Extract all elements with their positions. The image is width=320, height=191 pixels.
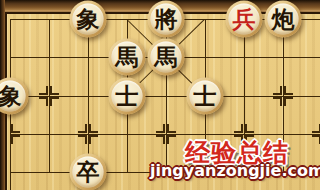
soldier-point-marker — [78, 124, 98, 144]
piece-black-advisor[interactable]: 士 — [109, 77, 146, 114]
marker-bracket — [167, 124, 176, 133]
watermark-url: jingyanzongjie.com — [150, 163, 320, 179]
marker-bracket — [273, 86, 282, 95]
marker-bracket — [11, 124, 20, 133]
piece-black-general[interactable]: 將 — [148, 1, 185, 38]
marker-bracket — [245, 124, 254, 133]
piece-character: 馬 — [116, 46, 139, 69]
marker-bracket — [273, 97, 282, 106]
piece-character: 兵 — [233, 8, 256, 31]
marker-bracket — [89, 124, 98, 133]
marker-bracket — [167, 135, 176, 144]
piece-black-cannon[interactable]: 炮 — [265, 1, 302, 38]
marker-bracket — [89, 135, 98, 144]
piece-red-soldier[interactable]: 兵 — [226, 1, 263, 38]
marker-bracket — [312, 124, 320, 133]
marker-bracket — [78, 124, 87, 133]
marker-bracket — [156, 135, 165, 144]
marker-bracket — [50, 86, 59, 95]
soldier-point-marker — [312, 124, 320, 144]
xiangqi-board[interactable]: 象將兵炮馬馬象士士卒 经验总结 jingyanzongjie.com — [0, 0, 320, 190]
piece-character: 卒 — [77, 161, 100, 184]
piece-black-soldier[interactable]: 卒 — [70, 154, 107, 191]
cannon-point-marker — [39, 86, 59, 106]
marker-bracket — [39, 86, 48, 95]
marker-bracket — [78, 135, 87, 144]
soldier-point-marker — [156, 124, 176, 144]
piece-black-elephant[interactable]: 象 — [0, 77, 29, 114]
piece-character: 象 — [0, 84, 22, 107]
piece-character: 馬 — [155, 46, 178, 69]
grid-line — [88, 19, 89, 173]
marker-bracket — [39, 97, 48, 106]
marker-bracket — [50, 97, 59, 106]
marker-bracket — [156, 124, 165, 133]
marker-bracket — [234, 124, 243, 133]
piece-black-elephant[interactable]: 象 — [70, 1, 107, 38]
marker-bracket — [11, 135, 20, 144]
marker-bracket — [284, 86, 293, 95]
piece-character: 象 — [77, 8, 100, 31]
piece-character: 士 — [194, 84, 217, 107]
piece-character: 將 — [155, 8, 178, 31]
piece-black-horse[interactable]: 馬 — [109, 39, 146, 76]
cannon-point-marker — [273, 86, 293, 106]
marker-bracket — [312, 135, 320, 144]
piece-black-advisor[interactable]: 士 — [187, 77, 224, 114]
soldier-point-marker — [0, 124, 20, 144]
piece-black-horse[interactable]: 馬 — [148, 39, 185, 76]
piece-character: 炮 — [272, 8, 295, 31]
marker-bracket — [284, 97, 293, 106]
piece-character: 士 — [116, 84, 139, 107]
